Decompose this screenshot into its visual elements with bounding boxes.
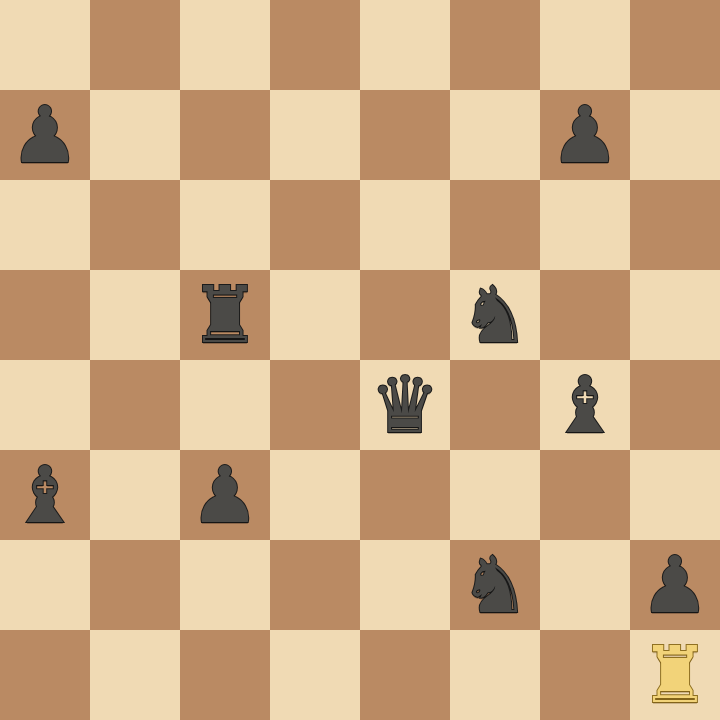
square-d6[interactable] [270, 180, 360, 270]
black-queen-piece: ♛ [360, 360, 450, 450]
square-g4[interactable]: ♝ [540, 360, 630, 450]
square-d4[interactable] [270, 360, 360, 450]
white-rook-piece: ♜ [630, 630, 720, 720]
square-d5[interactable] [270, 270, 360, 360]
square-d1[interactable] [270, 630, 360, 720]
square-d8[interactable] [270, 0, 360, 90]
square-e2[interactable] [360, 540, 450, 630]
square-b1[interactable] [90, 630, 180, 720]
square-d3[interactable] [270, 450, 360, 540]
square-b7[interactable] [90, 90, 180, 180]
square-h4[interactable] [630, 360, 720, 450]
square-g8[interactable] [540, 0, 630, 90]
square-b3[interactable] [90, 450, 180, 540]
square-c4[interactable] [180, 360, 270, 450]
square-f5[interactable]: ♞ [450, 270, 540, 360]
black-rook-piece: ♜ [180, 270, 270, 360]
square-e3[interactable] [360, 450, 450, 540]
square-a7[interactable]: ♟ [0, 90, 90, 180]
square-e6[interactable] [360, 180, 450, 270]
square-f3[interactable] [450, 450, 540, 540]
square-e1[interactable] [360, 630, 450, 720]
square-h2[interactable]: ♟ [630, 540, 720, 630]
square-b6[interactable] [90, 180, 180, 270]
square-c7[interactable] [180, 90, 270, 180]
square-a6[interactable] [0, 180, 90, 270]
square-c3[interactable]: ♟ [180, 450, 270, 540]
square-g6[interactable] [540, 180, 630, 270]
square-c2[interactable] [180, 540, 270, 630]
black-pawn-piece: ♟ [630, 540, 720, 630]
square-g2[interactable] [540, 540, 630, 630]
square-h1[interactable]: ♜ [630, 630, 720, 720]
square-f6[interactable] [450, 180, 540, 270]
black-bishop-piece: ♝ [540, 360, 630, 450]
square-c1[interactable] [180, 630, 270, 720]
square-c5[interactable]: ♜ [180, 270, 270, 360]
square-b2[interactable] [90, 540, 180, 630]
square-b5[interactable] [90, 270, 180, 360]
square-h8[interactable] [630, 0, 720, 90]
black-knight-piece: ♞ [450, 540, 540, 630]
square-a1[interactable] [0, 630, 90, 720]
square-c6[interactable] [180, 180, 270, 270]
square-c8[interactable] [180, 0, 270, 90]
square-b8[interactable] [90, 0, 180, 90]
black-bishop-piece: ♝ [0, 450, 90, 540]
square-f2[interactable]: ♞ [450, 540, 540, 630]
black-knight-piece: ♞ [450, 270, 540, 360]
chess-board: ♟♟♜♞♛♝♝♟♞♟♜ [0, 0, 720, 720]
black-pawn-piece: ♟ [0, 90, 90, 180]
square-e4[interactable]: ♛ [360, 360, 450, 450]
square-f4[interactable] [450, 360, 540, 450]
square-f7[interactable] [450, 90, 540, 180]
black-pawn-piece: ♟ [180, 450, 270, 540]
square-h7[interactable] [630, 90, 720, 180]
square-a5[interactable] [0, 270, 90, 360]
square-e5[interactable] [360, 270, 450, 360]
black-pawn-piece: ♟ [540, 90, 630, 180]
square-a3[interactable]: ♝ [0, 450, 90, 540]
square-f1[interactable] [450, 630, 540, 720]
square-h3[interactable] [630, 450, 720, 540]
square-d2[interactable] [270, 540, 360, 630]
square-e8[interactable] [360, 0, 450, 90]
square-g1[interactable] [540, 630, 630, 720]
square-g7[interactable]: ♟ [540, 90, 630, 180]
square-a2[interactable] [0, 540, 90, 630]
square-b4[interactable] [90, 360, 180, 450]
square-a8[interactable] [0, 0, 90, 90]
square-a4[interactable] [0, 360, 90, 450]
square-e7[interactable] [360, 90, 450, 180]
square-g5[interactable] [540, 270, 630, 360]
square-g3[interactable] [540, 450, 630, 540]
square-h6[interactable] [630, 180, 720, 270]
square-h5[interactable] [630, 270, 720, 360]
square-d7[interactable] [270, 90, 360, 180]
square-f8[interactable] [450, 0, 540, 90]
